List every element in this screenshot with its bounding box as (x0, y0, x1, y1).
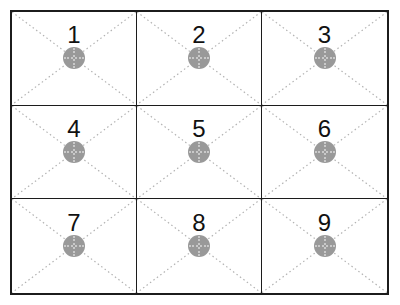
cell-number: 6 (262, 117, 387, 141)
cell-number: 8 (137, 211, 261, 235)
crosshair-vertical (73, 142, 75, 162)
grid-board: 1 2 3 4 (10, 10, 389, 295)
crosshair-vertical (73, 236, 75, 256)
grid-cell-4: 4 (12, 106, 137, 200)
crosshair-vertical (198, 48, 200, 68)
crosshair-vertical (324, 142, 326, 162)
grid-cell-2: 2 (137, 12, 262, 106)
crosshair-vertical (198, 142, 200, 162)
cell-number: 1 (12, 23, 136, 47)
grid-cell-3: 3 (262, 12, 387, 106)
crosshair-vertical (324, 48, 326, 68)
crosshair-vertical (73, 48, 75, 68)
center-dot (314, 141, 336, 163)
grid-cell-5: 5 (137, 106, 262, 200)
grid-cell-8: 8 (137, 199, 262, 293)
crosshair-vertical (324, 236, 326, 256)
grid-cell-1: 1 (12, 12, 137, 106)
cell-number: 2 (137, 23, 261, 47)
cell-number: 9 (262, 211, 387, 235)
cell-number: 7 (12, 211, 136, 235)
center-dot (314, 47, 336, 69)
center-dot (188, 141, 210, 163)
center-dot (314, 235, 336, 257)
cell-number: 3 (262, 23, 387, 47)
center-dot (188, 235, 210, 257)
cell-number: 5 (137, 117, 261, 141)
grid-cell-9: 9 (262, 199, 387, 293)
cell-number: 4 (12, 117, 136, 141)
crosshair-vertical (198, 236, 200, 256)
center-dot (63, 141, 85, 163)
grid-cell-6: 6 (262, 106, 387, 200)
center-dot (63, 235, 85, 257)
grid-cell-7: 7 (12, 199, 137, 293)
